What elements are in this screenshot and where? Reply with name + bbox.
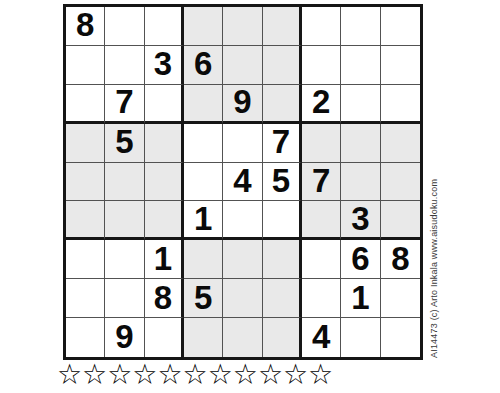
cell-r7c9[interactable]: 8	[381, 240, 420, 279]
cell-r1c4[interactable]	[184, 7, 223, 46]
cell-r6c2[interactable]	[105, 201, 144, 240]
cell-r7c1[interactable]	[66, 240, 105, 279]
cell-r8c1[interactable]	[66, 279, 105, 318]
cell-r5c4[interactable]	[184, 163, 223, 202]
outline-star-icon: ☆	[132, 359, 157, 391]
outline-star-icon: ☆	[82, 359, 107, 391]
copyright-credit: AI14473 (c) Arto Inkala www.aisudoku.com	[429, 179, 439, 358]
cell-r1c2[interactable]	[105, 7, 144, 46]
difficulty-stars: ☆☆☆☆☆☆☆☆☆☆☆	[57, 359, 333, 391]
outline-star-icon: ☆	[208, 359, 233, 391]
cell-r4c5[interactable]	[223, 124, 262, 163]
sudoku-board: 836792574571316885194	[63, 4, 423, 360]
cell-r8c5[interactable]	[223, 279, 262, 318]
cell-r5c5[interactable]: 4	[223, 163, 262, 202]
cell-r1c6[interactable]	[263, 7, 302, 46]
cell-r6c4[interactable]: 1	[184, 201, 223, 240]
cell-r6c1[interactable]	[66, 201, 105, 240]
cell-r9c3[interactable]	[145, 318, 184, 357]
cell-r4c3[interactable]	[145, 124, 184, 163]
cell-r4c9[interactable]	[381, 124, 420, 163]
cell-r2c2[interactable]	[105, 46, 144, 85]
cell-r4c8[interactable]	[341, 124, 380, 163]
outline-star-icon: ☆	[157, 359, 182, 391]
cell-r5c7[interactable]: 7	[302, 163, 341, 202]
cell-r1c5[interactable]	[223, 7, 262, 46]
cell-r7c4[interactable]	[184, 240, 223, 279]
cell-r7c2[interactable]	[105, 240, 144, 279]
cell-r3c8[interactable]	[341, 85, 380, 124]
outline-star-icon: ☆	[233, 359, 258, 391]
cell-r2c8[interactable]	[341, 46, 380, 85]
cell-r2c1[interactable]	[66, 46, 105, 85]
outline-star-icon: ☆	[57, 359, 82, 391]
cell-r4c1[interactable]	[66, 124, 105, 163]
cell-r9c6[interactable]	[263, 318, 302, 357]
cell-r8c4[interactable]: 5	[184, 279, 223, 318]
cell-r3c1[interactable]	[66, 85, 105, 124]
outline-star-icon: ☆	[183, 359, 208, 391]
cell-r5c9[interactable]	[381, 163, 420, 202]
cell-r7c7[interactable]	[302, 240, 341, 279]
cell-r8c6[interactable]	[263, 279, 302, 318]
cell-r8c8[interactable]: 1	[341, 279, 380, 318]
cell-r2c3[interactable]: 3	[145, 46, 184, 85]
cell-r8c7[interactable]	[302, 279, 341, 318]
cell-r7c5[interactable]	[223, 240, 262, 279]
cell-r2c9[interactable]	[381, 46, 420, 85]
cell-r9c8[interactable]	[341, 318, 380, 357]
cell-r6c7[interactable]	[302, 201, 341, 240]
cell-r7c6[interactable]	[263, 240, 302, 279]
cell-r4c2[interactable]: 5	[105, 124, 144, 163]
cell-r3c3[interactable]	[145, 85, 184, 124]
cell-r6c3[interactable]	[145, 201, 184, 240]
cell-r7c3[interactable]: 1	[145, 240, 184, 279]
cell-r9c5[interactable]	[223, 318, 262, 357]
cell-r1c9[interactable]	[381, 7, 420, 46]
cell-r5c3[interactable]	[145, 163, 184, 202]
cell-r6c8[interactable]: 3	[341, 201, 380, 240]
outline-star-icon: ☆	[107, 359, 132, 391]
cell-r8c9[interactable]	[381, 279, 420, 318]
cell-r1c7[interactable]	[302, 7, 341, 46]
cell-r9c4[interactable]	[184, 318, 223, 357]
cell-r4c6[interactable]: 7	[263, 124, 302, 163]
cell-r9c2[interactable]: 9	[105, 318, 144, 357]
sudoku-page: 836792574571316885194 ☆☆☆☆☆☆☆☆☆☆☆ AI1447…	[0, 0, 500, 393]
cell-r5c2[interactable]	[105, 163, 144, 202]
cell-r5c6[interactable]: 5	[263, 163, 302, 202]
cell-r3c7[interactable]: 2	[302, 85, 341, 124]
cell-r6c5[interactable]	[223, 201, 262, 240]
cell-r1c3[interactable]	[145, 7, 184, 46]
cell-r9c1[interactable]	[66, 318, 105, 357]
outline-star-icon: ☆	[258, 359, 283, 391]
cell-r8c2[interactable]	[105, 279, 144, 318]
cell-r8c3[interactable]: 8	[145, 279, 184, 318]
outline-star-icon: ☆	[283, 359, 308, 391]
cell-r7c8[interactable]: 6	[341, 240, 380, 279]
cell-r1c8[interactable]	[341, 7, 380, 46]
cell-r3c5[interactable]: 9	[223, 85, 262, 124]
outline-star-icon: ☆	[308, 359, 333, 391]
cell-r4c4[interactable]	[184, 124, 223, 163]
cell-r1c1[interactable]: 8	[66, 7, 105, 46]
cell-r5c8[interactable]	[341, 163, 380, 202]
cell-r3c6[interactable]	[263, 85, 302, 124]
cell-r2c7[interactable]	[302, 46, 341, 85]
cell-r4c7[interactable]	[302, 124, 341, 163]
cell-r3c9[interactable]	[381, 85, 420, 124]
cell-r3c4[interactable]	[184, 85, 223, 124]
cell-r9c9[interactable]	[381, 318, 420, 357]
cell-r9c7[interactable]: 4	[302, 318, 341, 357]
cell-r6c6[interactable]	[263, 201, 302, 240]
cell-r2c4[interactable]: 6	[184, 46, 223, 85]
cell-r6c9[interactable]	[381, 201, 420, 240]
cell-r2c5[interactable]	[223, 46, 262, 85]
cell-r5c1[interactable]	[66, 163, 105, 202]
cell-r2c6[interactable]	[263, 46, 302, 85]
cell-r3c2[interactable]: 7	[105, 85, 144, 124]
